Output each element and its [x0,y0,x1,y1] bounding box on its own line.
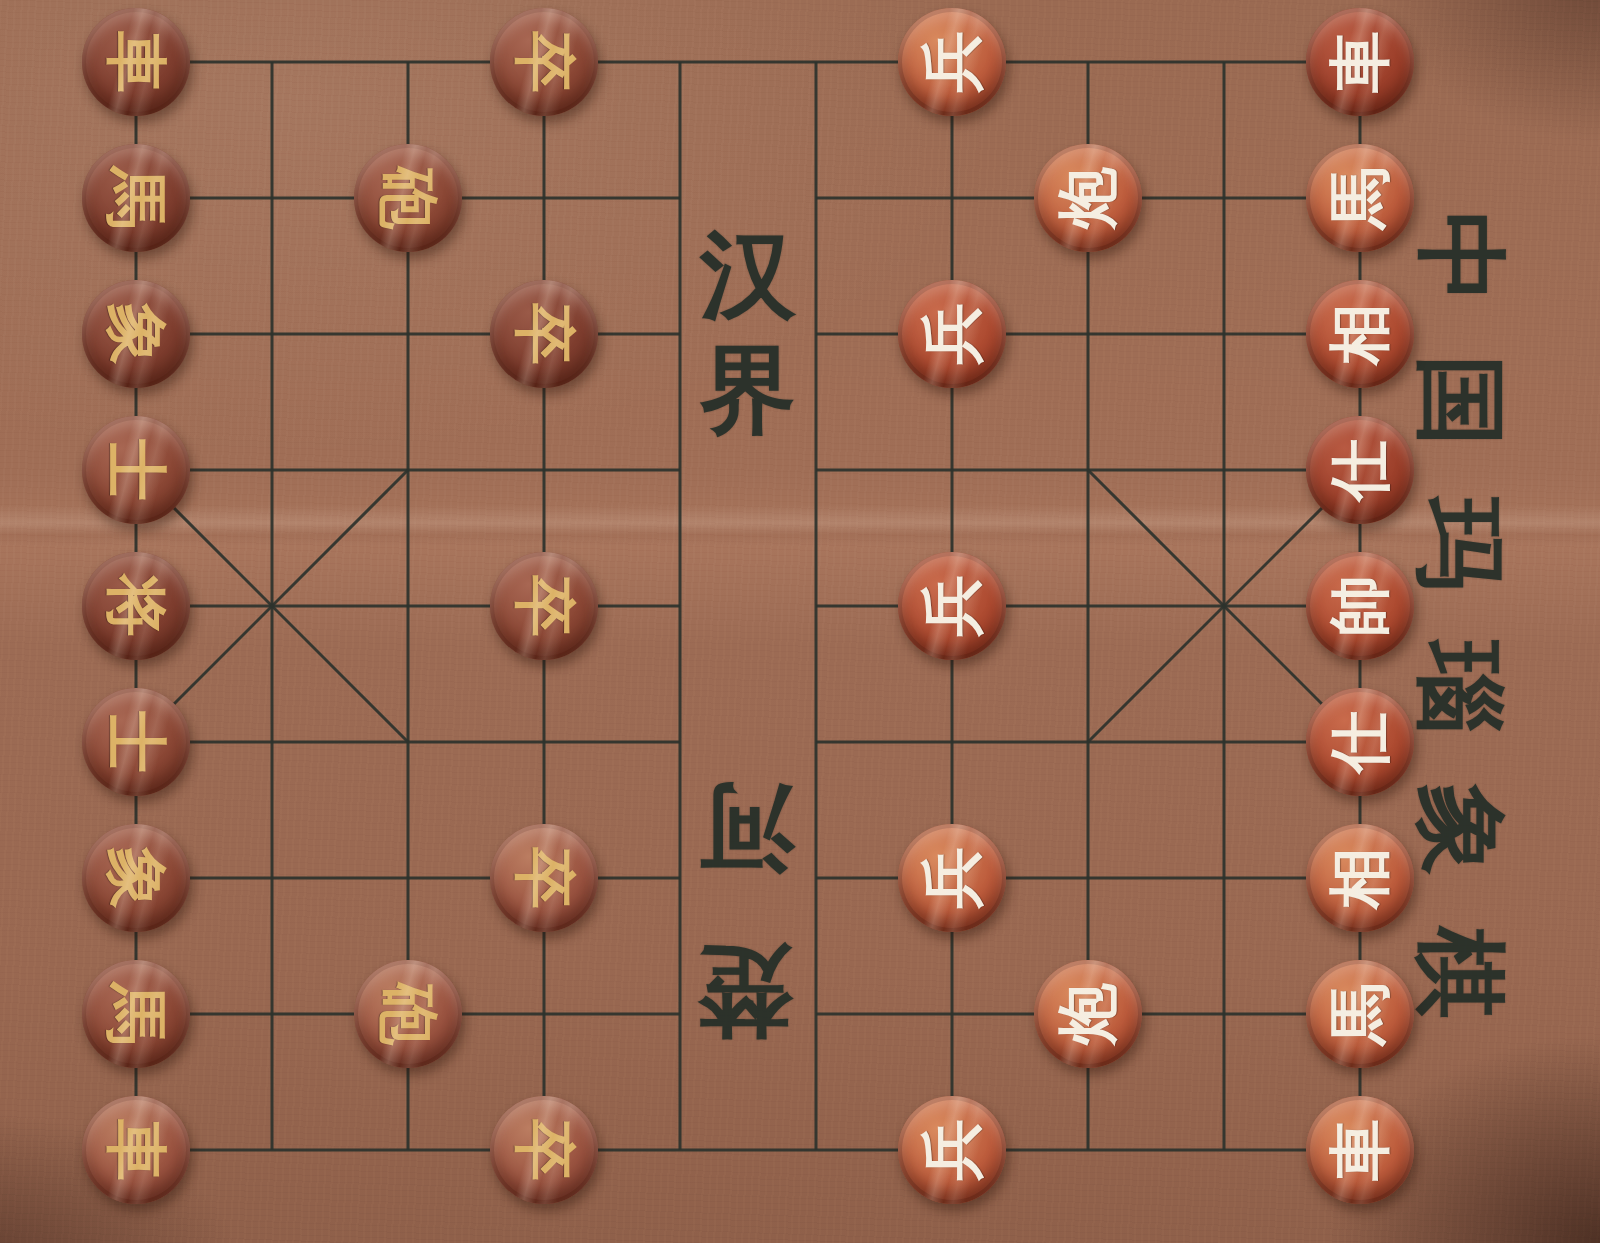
piece-red-soldier[interactable]: 兵 [898,552,1006,660]
piece-character: 卒 [513,303,575,365]
piece-character: 車 [1329,1119,1391,1181]
piece-black-advisor[interactable]: 士 [82,688,190,796]
piece-character: 砲 [377,167,439,229]
piece-red-soldier[interactable]: 兵 [898,280,1006,388]
piece-character: 仕 [1329,439,1391,501]
piece-black-cannon[interactable]: 砲 [354,960,462,1068]
piece-character: 炮 [1057,167,1119,229]
piece-red-advisor[interactable]: 仕 [1306,416,1414,524]
brand-character-4: 象 [1398,784,1522,876]
piece-character: 卒 [513,847,575,909]
piece-character: 将 [105,575,167,637]
river-label-he: 河 [699,762,795,892]
piece-character: 卒 [513,31,575,93]
piece-red-soldier[interactable]: 兵 [898,824,1006,932]
piece-character: 兵 [921,1119,983,1181]
piece-character: 象 [105,847,167,909]
piece-character: 馬 [105,167,167,229]
piece-character: 馬 [1329,983,1391,1045]
piece-red-cannon[interactable]: 炮 [1034,960,1142,1068]
piece-character: 馬 [105,983,167,1045]
piece-character: 炮 [1057,983,1119,1045]
piece-black-soldier[interactable]: 卒 [490,1096,598,1204]
piece-black-cannon[interactable]: 砲 [354,144,462,252]
piece-character: 車 [105,1119,167,1181]
piece-black-elephant[interactable]: 象 [82,824,190,932]
piece-character: 卒 [513,575,575,637]
piece-red-advisor[interactable]: 仕 [1306,688,1414,796]
piece-red-horse[interactable]: 馬 [1306,960,1414,1068]
piece-character: 砲 [377,983,439,1045]
river-label-chu: 楚 [697,925,793,1055]
piece-character: 士 [105,711,167,773]
piece-character: 卒 [513,1119,575,1181]
piece-red-cannon[interactable]: 炮 [1034,144,1142,252]
piece-black-horse[interactable]: 馬 [82,960,190,1068]
piece-character: 車 [1329,31,1391,93]
brand-character-1: 国 [1398,355,1522,447]
piece-character: 兵 [921,847,983,909]
piece-black-chariot[interactable]: 車 [82,8,190,116]
brand-character-3: 瑙 [1398,641,1522,733]
piece-red-elephant[interactable]: 相 [1306,824,1414,932]
piece-character: 兵 [921,575,983,637]
brand-character-5: 棋 [1398,927,1522,1019]
piece-red-chariot[interactable]: 車 [1306,8,1414,116]
piece-character: 相 [1329,847,1391,909]
piece-character: 帥 [1329,575,1391,637]
piece-character: 仕 [1329,711,1391,773]
piece-red-soldier[interactable]: 兵 [898,8,1006,116]
piece-character: 馬 [1329,167,1391,229]
piece-character: 士 [105,439,167,501]
piece-character: 車 [105,31,167,93]
piece-black-horse[interactable]: 馬 [82,144,190,252]
brand-character-0: 中 [1398,212,1522,304]
river-label-jie: 界 [700,327,796,457]
piece-black-chariot[interactable]: 車 [82,1096,190,1204]
piece-character: 兵 [921,303,983,365]
piece-red-horse[interactable]: 馬 [1306,144,1414,252]
piece-character: 兵 [921,31,983,93]
piece-red-general[interactable]: 帥 [1306,552,1414,660]
piece-red-soldier[interactable]: 兵 [898,1096,1006,1204]
piece-red-elephant[interactable]: 相 [1306,280,1414,388]
xiangqi-board-photo: 汉界河楚中国玛瑙象棋 車馬象士将士象馬車砲砲卒卒卒卒卒兵兵兵兵兵炮炮車馬相仕帥仕… [0,0,1600,1243]
piece-black-soldier[interactable]: 卒 [490,552,598,660]
piece-red-chariot[interactable]: 車 [1306,1096,1414,1204]
piece-black-soldier[interactable]: 卒 [490,8,598,116]
piece-black-advisor[interactable]: 士 [82,416,190,524]
brand-character-2: 玛 [1398,498,1522,590]
piece-character: 象 [105,303,167,365]
piece-black-soldier[interactable]: 卒 [490,280,598,388]
piece-black-soldier[interactable]: 卒 [490,824,598,932]
piece-black-general[interactable]: 将 [82,552,190,660]
piece-black-elephant[interactable]: 象 [82,280,190,388]
piece-character: 相 [1329,303,1391,365]
river-label-han: 汉 [700,212,796,342]
